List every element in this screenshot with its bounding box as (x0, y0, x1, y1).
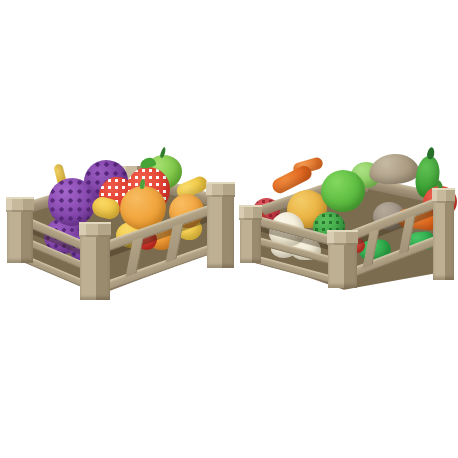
crate-near-post (328, 230, 357, 288)
strawberry-main-stem (139, 157, 156, 169)
post-cap (79, 222, 111, 237)
crate-left-post (240, 205, 261, 263)
post-cap (432, 188, 455, 203)
green-pepper (321, 170, 365, 212)
vegetable-crate (233, 126, 458, 306)
green-apple-stem (159, 147, 166, 159)
crate-right-post (207, 182, 234, 268)
courgette-stem (426, 147, 435, 160)
post-cap (6, 197, 34, 212)
crate-near-post (80, 222, 110, 300)
post-cap (327, 230, 358, 245)
grape-bunch-front (48, 178, 96, 226)
crate-left-post (7, 197, 33, 263)
product-photo (0, 0, 458, 458)
post-cap (239, 205, 262, 220)
crate-right-post (433, 188, 454, 280)
mushroom-cap (368, 152, 420, 185)
orange-stem (139, 179, 146, 190)
fruit-crate (2, 128, 248, 306)
post-cap (206, 182, 235, 197)
